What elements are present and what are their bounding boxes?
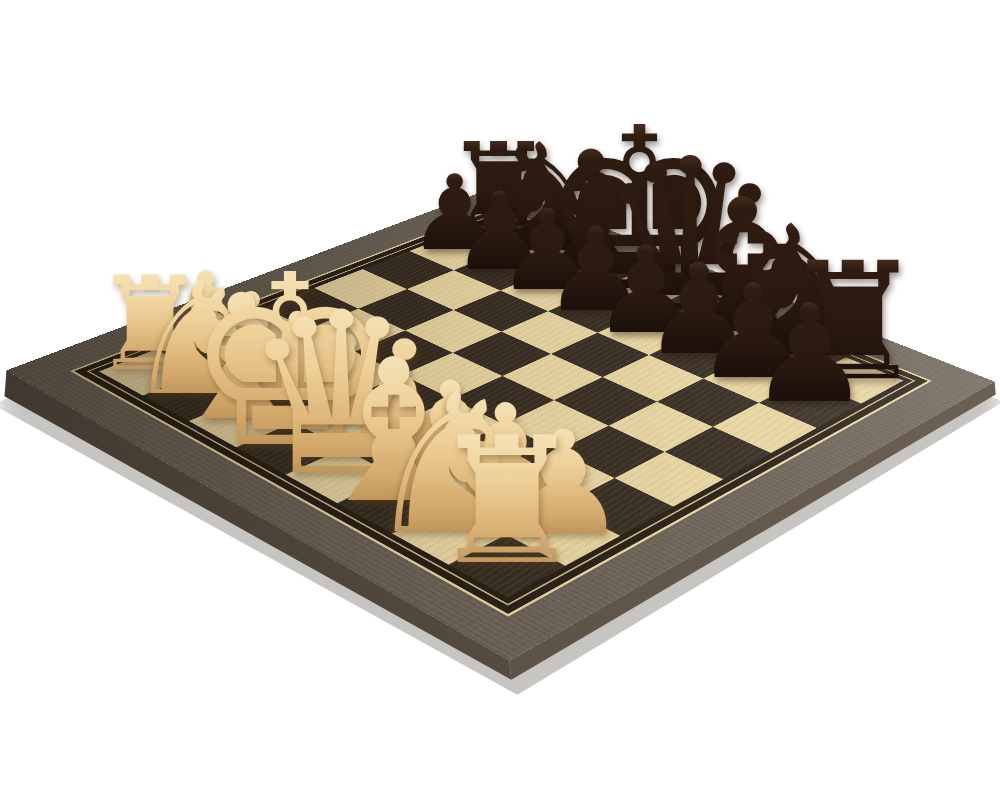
black-pawn-a7[interactable]: ♟ (742, 287, 877, 422)
product-photo-stage: ♜♞♝♛♚♝♞♜♟♟♟♟♟♟♟♟♟♟♟♟♟♟♟♟♜♞♝♛♚♝♞♜ (0, 0, 1000, 800)
white-rook-a1[interactable]: ♜ (419, 414, 594, 589)
